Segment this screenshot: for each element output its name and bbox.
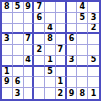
cell-r9c9-given-1: 1 xyxy=(88,88,99,99)
cell-r1c1-given-8: 8 xyxy=(2,2,13,13)
cell-r2c7[interactable] xyxy=(67,13,78,24)
cell-r7c3[interactable] xyxy=(24,67,35,78)
cell-r1c4-given-7: 7 xyxy=(34,2,45,13)
cell-r7c6[interactable] xyxy=(56,67,67,78)
cell-r2c6[interactable] xyxy=(56,13,67,24)
cell-r3c4[interactable] xyxy=(34,24,45,35)
cell-r3c5-given-4: 4 xyxy=(45,24,56,35)
cell-r4c6[interactable] xyxy=(56,34,67,45)
cell-r9c6-given-2: 2 xyxy=(56,88,67,99)
cell-r8c2-given-6: 6 xyxy=(13,77,24,88)
cell-r4c4[interactable] xyxy=(34,34,45,45)
cell-r8c5[interactable] xyxy=(45,77,56,88)
cell-r1c9[interactable] xyxy=(88,2,99,13)
cell-r8c9[interactable] xyxy=(88,77,99,88)
cell-r1c8-given-4: 4 xyxy=(77,2,88,13)
cell-r4c2[interactable] xyxy=(13,34,24,45)
cell-r1c5[interactable] xyxy=(45,2,56,13)
cell-r6c3-given-4: 4 xyxy=(24,56,35,67)
cell-r3c1[interactable] xyxy=(2,24,13,35)
cell-r3c6[interactable] xyxy=(56,24,67,35)
cell-r3c8[interactable] xyxy=(77,24,88,35)
cell-r3c9-given-2: 2 xyxy=(88,24,99,35)
cell-r5c1[interactable] xyxy=(2,45,13,56)
cell-r7c5-given-5: 5 xyxy=(45,67,56,78)
cell-r1c7[interactable] xyxy=(67,2,78,13)
cell-r6c7-given-3: 3 xyxy=(67,56,78,67)
cell-r1c2-given-5: 5 xyxy=(13,2,24,13)
cell-r7c7[interactable] xyxy=(67,67,78,78)
cell-r7c4[interactable] xyxy=(34,67,45,78)
cell-r9c8-given-8: 8 xyxy=(77,88,88,99)
cell-r4c3-given-7: 7 xyxy=(24,34,35,45)
cell-r5c7[interactable] xyxy=(67,45,78,56)
cell-r3c7[interactable] xyxy=(67,24,78,35)
cell-r6c4[interactable] xyxy=(34,56,45,67)
cell-r8c4[interactable] xyxy=(34,77,45,88)
cell-r6c8[interactable] xyxy=(77,56,88,67)
cell-r2c1[interactable] xyxy=(2,13,13,24)
cell-r7c8[interactable] xyxy=(77,67,88,78)
cell-r2c8-given-5: 5 xyxy=(77,13,88,24)
cell-r7c9[interactable] xyxy=(88,67,99,78)
cell-r9c5[interactable] xyxy=(45,88,56,99)
cell-r8c7[interactable] xyxy=(67,77,78,88)
cell-r2c3[interactable] xyxy=(24,13,35,24)
cell-r4c8[interactable] xyxy=(77,34,88,45)
cell-r7c2[interactable] xyxy=(13,67,24,78)
cell-r9c1[interactable] xyxy=(2,88,13,99)
cell-r5c3[interactable] xyxy=(24,45,35,56)
cell-r2c4-given-6: 6 xyxy=(34,13,45,24)
cell-r3c3[interactable] xyxy=(24,24,35,35)
cell-r9c3[interactable] xyxy=(24,88,35,99)
cell-r8c1-given-9: 9 xyxy=(2,77,13,88)
cell-r6c9-given-5: 5 xyxy=(88,56,99,67)
cell-r9c2-given-3: 3 xyxy=(13,88,24,99)
cell-r6c1[interactable] xyxy=(2,56,13,67)
cell-r9c7-given-9: 9 xyxy=(67,88,78,99)
cell-r6c5-given-1: 1 xyxy=(45,56,56,67)
sudoku-board: 859746534237862741351596132981 xyxy=(0,0,101,101)
cell-r5c4-given-2: 2 xyxy=(34,45,45,56)
cell-r1c3-given-9: 9 xyxy=(24,2,35,13)
cell-r5c6-given-7: 7 xyxy=(56,45,67,56)
cell-r8c3[interactable] xyxy=(24,77,35,88)
cell-r2c2[interactable] xyxy=(13,13,24,24)
cell-r8c8[interactable] xyxy=(77,77,88,88)
cell-r6c2[interactable] xyxy=(13,56,24,67)
cell-r6c6[interactable] xyxy=(56,56,67,67)
cell-r9c4[interactable] xyxy=(34,88,45,99)
cell-r4c9[interactable] xyxy=(88,34,99,45)
cell-r4c7-given-6: 6 xyxy=(67,34,78,45)
cell-r2c5[interactable] xyxy=(45,13,56,24)
cell-r4c5-given-8: 8 xyxy=(45,34,56,45)
cell-r8c6-given-1: 1 xyxy=(56,77,67,88)
cell-r5c8[interactable] xyxy=(77,45,88,56)
cell-r1c6[interactable] xyxy=(56,2,67,13)
cell-r5c5[interactable] xyxy=(45,45,56,56)
cell-r4c1-given-3: 3 xyxy=(2,34,13,45)
cell-r2c9-given-3: 3 xyxy=(88,13,99,24)
cell-r7c1-given-1: 1 xyxy=(2,67,13,78)
cell-r5c9[interactable] xyxy=(88,45,99,56)
cell-r3c2[interactable] xyxy=(13,24,24,35)
cell-r5c2[interactable] xyxy=(13,45,24,56)
